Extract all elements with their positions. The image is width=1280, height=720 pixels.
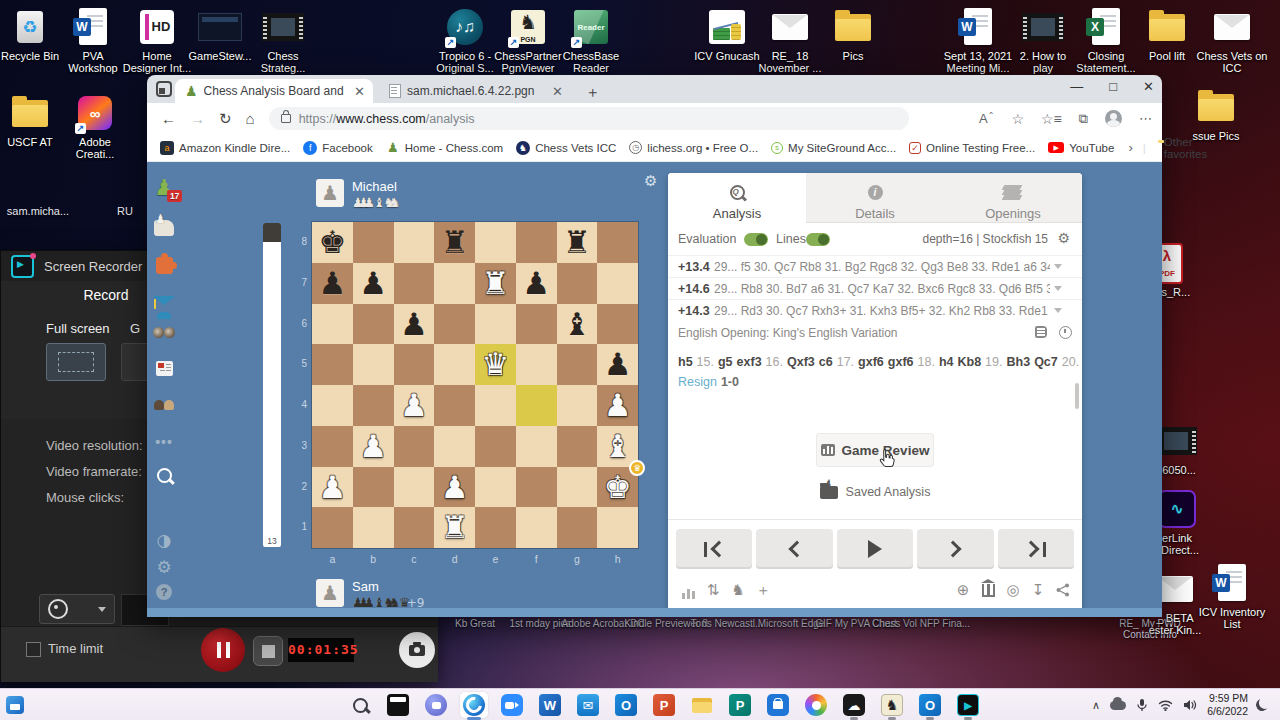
- rank-label: 5: [295, 358, 307, 369]
- desktop-icon-chess-strateg[interactable]: Chess Strateg...: [241, 6, 325, 75]
- history-icon[interactable]: [1059, 326, 1072, 339]
- film-icon: [261, 6, 305, 48]
- tray-time: 9:59 PM: [1207, 692, 1248, 705]
- player-bottom[interactable]: ♟ Sam ♟♟♟ ♝ ♞♞ ♛ +9: [316, 579, 424, 610]
- bookmark-label: Home - Chess.com: [405, 142, 503, 154]
- taskbar-zoom-icon[interactable]: [498, 692, 526, 718]
- taskbar-mail-icon[interactable]: [574, 692, 602, 718]
- webcam-icon: [48, 599, 68, 619]
- sidebar-item-puzzles[interactable]: [151, 252, 177, 278]
- expand-line-chevron-icon[interactable]: [1054, 286, 1062, 291]
- desktop-icon-label: Kb Great: [455, 618, 495, 629]
- white-piece: ♛: [475, 344, 516, 385]
- recorder-tab-record[interactable]: Record: [71, 287, 141, 307]
- square-f2[interactable]: [516, 467, 557, 508]
- square-g1[interactable]: [557, 507, 598, 548]
- square-h8[interactable]: [597, 222, 638, 263]
- maximize-button[interactable]: □: [1109, 79, 1117, 94]
- rank-label: 4: [295, 399, 307, 410]
- square-h4[interactable]: ♟: [597, 385, 638, 426]
- bookmark-label: YouTube: [1069, 142, 1114, 154]
- move-number: 19.: [985, 355, 1002, 369]
- folder-icon: [831, 6, 875, 48]
- wifi-icon[interactable]: [1158, 699, 1173, 711]
- square-a2[interactable]: ♟: [312, 467, 353, 508]
- square-e7[interactable]: ♜: [475, 263, 516, 304]
- sidebar-item-news[interactable]: [151, 355, 177, 381]
- browser-tab-pgn[interactable]: sam.michael.6.4.22.pgn ✕: [379, 79, 571, 103]
- desktop-icon-label: Chess Vol NFP Fina...: [872, 618, 970, 629]
- sidebar-item-learn[interactable]: [151, 287, 177, 313]
- share-icon[interactable]: [1053, 580, 1073, 600]
- tab-label: Analysis: [668, 206, 806, 221]
- onedrive-icon[interactable]: [1110, 701, 1126, 710]
- square-f1[interactable]: [516, 507, 557, 548]
- evaluation-toggle[interactable]: [744, 233, 768, 246]
- square-c4[interactable]: ♟: [394, 385, 435, 426]
- outlook-app-icon: O: [615, 694, 637, 716]
- bookmarks-overflow-chevron[interactable]: ›: [1128, 140, 1132, 155]
- square-b3[interactable]: ♟: [353, 426, 394, 467]
- file-label: b: [353, 553, 394, 565]
- mail-app-icon: [577, 694, 599, 716]
- square-b8[interactable]: [353, 222, 394, 263]
- zoom-in-icon[interactable]: ⊕: [953, 580, 973, 600]
- square-a8[interactable]: ♚: [312, 222, 353, 263]
- tray-date: 6/6/2022: [1207, 705, 1248, 718]
- read-aloud-icon[interactable]: A⌃: [979, 111, 994, 126]
- saved-analysis-folder-icon: [820, 486, 838, 499]
- url-host: www.chess.com: [336, 112, 426, 126]
- captured-n: ♞♞: [383, 195, 390, 210]
- file-label: d: [434, 553, 475, 565]
- camera-icon: [409, 645, 425, 656]
- new-tab-button[interactable]: ＋: [585, 83, 600, 102]
- taskbar-outlook-icon[interactable]: O: [916, 692, 944, 718]
- tab-strip: ♟ Chess Analysis Board and PGN E ✕ sam.m…: [147, 75, 1162, 103]
- taskbar-start-icon[interactable]: [308, 692, 336, 718]
- black-piece: ♜: [434, 222, 475, 263]
- square-g8[interactable]: ♜: [557, 222, 598, 263]
- taskview-app-icon: [387, 694, 409, 716]
- tab-details[interactable]: iDetails: [806, 173, 944, 223]
- acc-icon: ∞↗: [73, 92, 117, 134]
- desktop-icon-label: sam.micha...: [0, 205, 78, 217]
- square-d7[interactable]: [434, 263, 475, 304]
- move-list[interactable]: h515.g5exf316.Qxf3c617.gxf6gxf618.h4Kb81…: [678, 352, 1070, 392]
- white-piece: ♟: [353, 426, 394, 467]
- move[interactable]: Qxf3: [787, 355, 815, 369]
- evaluation-toggle-label: Evaluation: [678, 232, 736, 246]
- square-e6[interactable]: [475, 304, 516, 345]
- home-button[interactable]: ⌂: [246, 110, 255, 127]
- chat-app-icon: [425, 694, 447, 716]
- square-c5[interactable]: [394, 344, 435, 385]
- square-h1[interactable]: [597, 507, 638, 548]
- avatar: ♟: [316, 579, 344, 607]
- black-piece: ♟: [597, 344, 638, 385]
- knight-icon: ♞: [516, 141, 530, 155]
- square-b5[interactable]: [353, 344, 394, 385]
- hd-icon: HD: [135, 6, 179, 48]
- captured-b: ♝: [373, 195, 374, 210]
- chesscom-favicon: ♟: [185, 83, 198, 99]
- bookmark-home-chess-com[interactable]: ♟Home - Chess.com: [386, 141, 503, 155]
- tab-openings[interactable]: Openings: [944, 173, 1082, 223]
- sidebar-item-social[interactable]: [151, 390, 177, 416]
- sidebar-item-watch[interactable]: [151, 320, 177, 346]
- line-moves: 29... Rb8 30. Bd7 a6 31. Qc7 Ka7 32. Bxc…: [714, 282, 1050, 296]
- move[interactable]: Bh3: [1007, 355, 1031, 369]
- widgets-icon[interactable]: [6, 696, 24, 714]
- go-to-start-button[interactable]: [676, 529, 752, 569]
- chesscom-page: ♟17•••◑⚙? 13 87654321 abcdefgh ♚♜♜♟♟♜♟♟♝…: [147, 162, 1162, 617]
- white-piece: ♟: [312, 467, 353, 508]
- square-b1[interactable]: [353, 507, 394, 548]
- square-g7[interactable]: [557, 263, 598, 304]
- desktop-icon-ssue-pics[interactable]: ssue Pics: [1174, 86, 1258, 142]
- move[interactable]: h4: [939, 355, 954, 369]
- square-a4[interactable]: [312, 385, 353, 426]
- square-d6[interactable]: [434, 304, 475, 345]
- player-top[interactable]: ♟ Michael ♟♟♟ ♝ ♞♞: [316, 179, 399, 210]
- taskbar-store-icon[interactable]: [764, 692, 792, 718]
- square-b7[interactable]: ♟: [353, 263, 394, 304]
- url-path: /analysis: [426, 112, 475, 126]
- workspaces-icon[interactable]: [156, 81, 172, 97]
- move-number: 17.: [837, 355, 854, 369]
- browser-menu-icon[interactable]: ⋯: [1139, 111, 1152, 126]
- outlook-app-icon: O: [919, 694, 941, 716]
- desktop-icon-chessbase-reader[interactable]: Reader↗ChessBase Reader: [549, 6, 633, 75]
- taskbar-pgn-icon[interactable]: [878, 692, 906, 718]
- player-name-top: Michael: [352, 179, 399, 194]
- bookmark-label: lichess.org • Free O...: [647, 142, 758, 154]
- recorder-app-icon: [957, 694, 979, 716]
- square-e8[interactable]: [475, 222, 516, 263]
- square-e4[interactable]: [475, 385, 516, 426]
- bookmark-label: Chess Vets ICC: [535, 142, 616, 154]
- line-eval: +14.6: [668, 282, 714, 296]
- opening-book-icon[interactable]: [1035, 326, 1047, 338]
- square-b2[interactable]: [353, 467, 394, 508]
- volume-icon[interactable]: [1183, 699, 1197, 711]
- envelope-icon: [768, 6, 812, 48]
- pgn-app-icon: [881, 694, 903, 716]
- move[interactable]: g5: [718, 355, 733, 369]
- browser-tab-analysis[interactable]: ♟ Chess Analysis Board and PGN E ✕: [175, 79, 373, 103]
- taskbar-chat-icon[interactable]: [422, 692, 450, 718]
- taskbar-edge-icon[interactable]: [460, 692, 488, 718]
- bookmark-label: Amazon Kindle Dire...: [179, 142, 290, 154]
- square-f5[interactable]: [516, 344, 557, 385]
- square-g5[interactable]: [557, 344, 598, 385]
- game-review-chart-icon: [821, 444, 835, 456]
- expand-line-chevron-icon[interactable]: [1054, 264, 1062, 269]
- store-app-icon: [767, 694, 789, 716]
- square-f3[interactable]: [516, 426, 557, 467]
- pieces-setup-icon[interactable]: ♞: [728, 580, 748, 600]
- minimize-button[interactable]: —: [1070, 79, 1083, 94]
- collections-icon[interactable]: ⧉: [1079, 111, 1088, 127]
- move[interactable]: gxf6: [858, 355, 884, 369]
- white-piece: ♟: [434, 467, 475, 508]
- line-eval: +14.3: [668, 304, 714, 318]
- desktop-icon-label: Adobe Creati...: [53, 136, 137, 161]
- taskbar-explorer-icon[interactable]: [688, 692, 716, 718]
- bookmark-lichess-org-free-o[interactable]: ◷lichess.org • Free O...: [629, 141, 758, 154]
- lines-toggle[interactable]: [806, 233, 830, 246]
- square-d2[interactable]: ♟: [434, 467, 475, 508]
- sidebar-item-play[interactable]: ♟17: [151, 174, 177, 200]
- refresh-button[interactable]: ↻: [219, 110, 232, 128]
- desktop-icon-pics[interactable]: Pics: [811, 6, 895, 62]
- analysis-panel: AnalysisiDetailsOpenings Evaluation Line…: [668, 173, 1082, 613]
- recorder-field-label: Video resolution:: [46, 438, 143, 453]
- back-button[interactable]: ←: [161, 110, 176, 127]
- search-app-icon: [353, 698, 368, 713]
- white-piece: ♜: [475, 263, 516, 304]
- play-moves-button[interactable]: [837, 529, 913, 569]
- pause-button[interactable]: [201, 628, 245, 672]
- film-icon: [1021, 6, 1065, 48]
- windows-taskbar: WOPPO ∧ 9:59 PM 6/6/2022: [0, 688, 1280, 720]
- sidebar-item-theme[interactable]: ◑: [151, 527, 177, 553]
- time-limit-checkbox[interactable]: [26, 642, 41, 657]
- close-tab-icon[interactable]: ✕: [552, 84, 563, 99]
- game-result[interactable]: 1-0: [721, 375, 739, 389]
- file-label: f: [516, 553, 557, 565]
- move[interactable]: Qc7: [1034, 355, 1058, 369]
- bookmark-facebook[interactable]: fFacebook: [303, 141, 373, 155]
- close-window-button[interactable]: ✕: [1143, 79, 1154, 94]
- player-name-bottom: Sam: [352, 579, 424, 594]
- info-icon: i: [806, 181, 944, 203]
- flip-board-icon[interactable]: ⇅: [703, 580, 723, 600]
- square-f7[interactable]: ♟: [516, 263, 557, 304]
- taskbar-powerpoint-icon[interactable]: P: [650, 692, 678, 718]
- square-h6[interactable]: [597, 304, 638, 345]
- rank-label: 8: [295, 236, 307, 247]
- square-b6[interactable]: [353, 304, 394, 345]
- shortcut-arrow-icon: ↗: [571, 37, 582, 48]
- bookmark-chess-vets-icc[interactable]: ♞Chess Vets ICC: [516, 141, 616, 155]
- move-number: 18.: [918, 355, 935, 369]
- move[interactable]: c6: [819, 355, 833, 369]
- tab-title: Chess Analysis Board and PGN E: [204, 84, 347, 98]
- previous-move-button[interactable]: [756, 529, 832, 569]
- file-favicon: [389, 84, 401, 98]
- chess-board: ♚♜♜♟♟♜♟♟♝♛♟♟♟♟♝♟♟♚♜♛: [312, 222, 638, 548]
- explorer-app-icon: [691, 694, 713, 716]
- square-a5[interactable]: [312, 344, 353, 385]
- gnucash-icon: [705, 6, 749, 48]
- black-piece: ♟: [353, 263, 394, 304]
- square-a7[interactable]: ♟: [312, 263, 353, 304]
- engine-line-3[interactable]: +14.329... Rd3 30. Qc7 Rxh3+ 31. Kxh3 Bf…: [668, 299, 1082, 321]
- move[interactable]: exf3: [737, 355, 762, 369]
- analysis-settings-gear-icon[interactable]: ⚙: [1057, 230, 1070, 246]
- rank-label: 6: [295, 318, 307, 329]
- move[interactable]: h5: [678, 355, 693, 369]
- address-bar[interactable]: https://www.chess.com/analysis: [269, 107, 909, 130]
- square-a1[interactable]: [312, 507, 353, 548]
- bookmark-amazon-kindle-dire[interactable]: aAmazon Kindle Dire...: [160, 141, 290, 155]
- recorder-field-label: Video framerate:: [46, 464, 142, 479]
- square-g6[interactable]: ♝: [557, 304, 598, 345]
- square-e2[interactable]: [475, 467, 516, 508]
- square-c2[interactable]: [394, 467, 435, 508]
- sidebar-item-help[interactable]: ?: [151, 579, 177, 605]
- engine-line-2[interactable]: +14.629... Rb8 30. Bd7 a6 31. Qc7 Ka7 32…: [668, 277, 1082, 299]
- sidebar-item-settings[interactable]: ⚙: [151, 554, 177, 580]
- taskbar-search-icon[interactable]: [346, 692, 374, 718]
- square-d4[interactable]: [434, 385, 475, 426]
- desktop-icon-label: Pics: [811, 50, 895, 62]
- square-f8[interactable]: [516, 222, 557, 263]
- square-f6[interactable]: [516, 304, 557, 345]
- stop-button[interactable]: [253, 636, 283, 666]
- photos-app-icon: [805, 694, 827, 716]
- game-review-button[interactable]: Game Review: [816, 433, 934, 467]
- square-d8[interactable]: ♜: [434, 222, 475, 263]
- square-e5[interactable]: ♛: [475, 344, 516, 385]
- taskbar-word-icon[interactable]: W: [536, 692, 564, 718]
- desktop-icon-adobe-creati[interactable]: ∞↗Adobe Creati...: [53, 92, 137, 161]
- bookmarks-bar: aAmazon Kindle Dire...fFacebook♟Home - C…: [147, 134, 1162, 162]
- hand-cursor: [876, 447, 898, 471]
- taskbar-taskview-icon[interactable]: [384, 692, 412, 718]
- black-piece: ♟: [516, 263, 557, 304]
- favorites-bar-icon[interactable]: ☆≡: [1041, 111, 1062, 127]
- fullscreen-mode-tile[interactable]: [46, 343, 106, 381]
- opening-name[interactable]: English Opening: King's English Variatio…: [678, 326, 898, 340]
- square-d3[interactable]: [434, 426, 475, 467]
- go-to-end-button[interactable]: [998, 529, 1074, 569]
- taskbar-publisher-icon[interactable]: P: [726, 692, 754, 718]
- zoom-app-icon: [501, 694, 523, 716]
- taskbar-recorder-icon[interactable]: [954, 692, 982, 718]
- square-c3[interactable]: [394, 426, 435, 467]
- tab-label: Details: [806, 206, 944, 221]
- sidebar-item-more[interactable]: •••: [151, 429, 177, 455]
- recorder-controls: Time limit 00:01:35: [1, 626, 438, 682]
- engine-info: depth=16 | Stockfish 15: [922, 232, 1048, 246]
- clock[interactable]: 9:59 PM 6/6/2022: [1207, 692, 1248, 717]
- square-d1[interactable]: ♜: [434, 507, 475, 548]
- facebook-icon: f: [303, 141, 317, 155]
- taskbar-cloud-icon[interactable]: [840, 692, 868, 718]
- bookmark-youtube[interactable]: ▶YouTube: [1048, 142, 1114, 154]
- square-d5[interactable]: [434, 344, 475, 385]
- square-c6[interactable]: ♟: [394, 304, 435, 345]
- other-favorites[interactable]: Other favorites: [1164, 136, 1207, 160]
- chart-icon[interactable]: [678, 580, 698, 600]
- music-icon: ♪♫↗: [443, 6, 487, 48]
- taskbar-outlook-icon[interactable]: O: [612, 692, 640, 718]
- saved-analysis-button[interactable]: Saved Analysis: [668, 485, 1082, 499]
- engine-line-1[interactable]: +13.429... f5 30. Qc7 Rb8 31. Bg2 Rgc8 3…: [668, 255, 1082, 277]
- square-c7[interactable]: [394, 263, 435, 304]
- bookmark-label: My SiteGround Acc...: [788, 142, 896, 154]
- panel-scrollbar[interactable]: [1075, 383, 1079, 409]
- desktop-icon-chess-vets-on-icc[interactable]: Chess Vets on ICC: [1190, 6, 1274, 75]
- webcam-select-button[interactable]: [39, 594, 115, 624]
- desktop-icon-label: Chess Strateg...: [241, 50, 325, 75]
- desktop-icon-label: Chess Vets on ICC: [1190, 50, 1274, 75]
- captured-pieces-top: ♟♟♟ ♝ ♞♞: [352, 195, 399, 210]
- avatar: ♟: [316, 179, 344, 207]
- microphone-icon[interactable]: [1136, 698, 1148, 712]
- line-moves: 29... Rd3 30. Qc7 Rxh3+ 31. Kxh3 Bf5+ 32…: [714, 304, 1050, 318]
- desktop: ♻Recycle BinWPVA WorkshopHDHome Designer…: [0, 0, 1280, 720]
- bookmark-online-testing-free[interactable]: ✓Online Testing Free...: [909, 142, 1035, 154]
- self-analysis-icon[interactable]: [978, 580, 998, 600]
- shortcut-arrow-icon: ↗: [508, 37, 519, 48]
- file-label: c: [394, 553, 435, 565]
- square-g3[interactable]: [557, 426, 598, 467]
- recording-timer: 00:01:35: [288, 638, 354, 662]
- taskbar-photos-icon[interactable]: [802, 692, 830, 718]
- square-g2[interactable]: [557, 467, 598, 508]
- screenshot-button[interactable]: [399, 632, 435, 668]
- bookmark-my-siteground-acc[interactable]: sMy SiteGround Acc...: [771, 142, 896, 154]
- desktop-icon-icv-inventory-list[interactable]: WICV Inventory List: [1190, 562, 1274, 631]
- hidden-icons-chevron[interactable]: ∧: [1092, 699, 1100, 712]
- sidebar-item-search[interactable]: [151, 462, 177, 488]
- tab-label: Openings: [944, 206, 1082, 221]
- rank-label: 7: [295, 277, 307, 288]
- expand-line-chevron-icon[interactable]: [1054, 308, 1062, 313]
- next-move-button[interactable]: [917, 529, 993, 569]
- tab-analysis[interactable]: Analysis: [668, 173, 806, 223]
- square-e1[interactable]: [475, 507, 516, 548]
- rank-label: 3: [295, 440, 307, 451]
- black-piece: ♚: [312, 222, 353, 263]
- shortcut-arrow-icon: ↗: [445, 37, 456, 48]
- close-tab-icon[interactable]: ✕: [354, 84, 365, 99]
- board-settings-gear-icon[interactable]: ⚙: [644, 172, 657, 190]
- move[interactable]: Kb8: [957, 355, 981, 369]
- bookmark-label: Online Testing Free...: [926, 142, 1035, 154]
- square-c8[interactable]: [394, 222, 435, 263]
- square-g4[interactable]: [557, 385, 598, 426]
- square-h5[interactable]: ♟: [597, 344, 638, 385]
- square-a6[interactable]: [312, 304, 353, 345]
- forward-button[interactable]: →: [190, 110, 205, 127]
- sidebar-item-lessons[interactable]: [151, 215, 177, 241]
- square-a3[interactable]: [312, 426, 353, 467]
- move[interactable]: gxf6: [888, 355, 914, 369]
- square-f4[interactable]: [516, 385, 557, 426]
- square-c1[interactable]: [394, 507, 435, 548]
- move-number: 16.: [766, 355, 783, 369]
- dropdown-arrow-icon: [98, 607, 106, 612]
- square-h7[interactable]: [597, 263, 638, 304]
- pawn-icon: ♟: [386, 141, 400, 155]
- practice-icon[interactable]: ◎: [1003, 580, 1023, 600]
- add-icon[interactable]: ＋: [753, 580, 773, 600]
- download-icon[interactable]: ↧: [1028, 580, 1048, 600]
- folder-icon: [1145, 6, 1189, 48]
- white-piece: ♟: [597, 385, 638, 426]
- desktop-icon-label: ICV Inventory List: [1190, 606, 1274, 631]
- desktop-icon-label: Tons Newcastl...: [691, 618, 764, 629]
- square-b4[interactable]: [353, 385, 394, 426]
- favorite-star-icon[interactable]: ☆: [1011, 111, 1024, 127]
- profile-avatar[interactable]: [1105, 110, 1122, 127]
- square-e3[interactable]: [475, 426, 516, 467]
